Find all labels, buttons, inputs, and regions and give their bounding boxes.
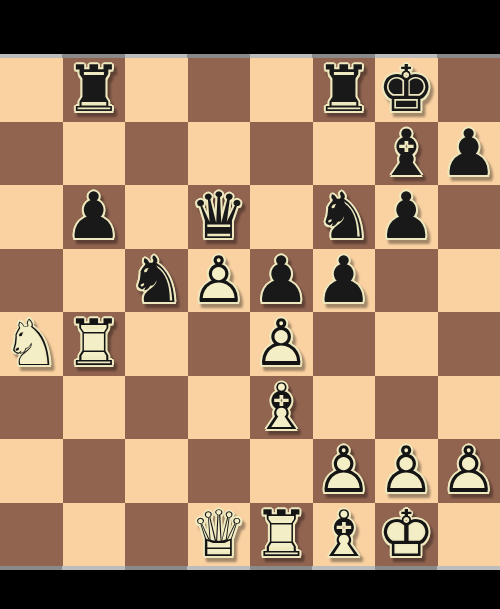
black-rook-glyph: ♜: [313, 57, 376, 121]
square-g3[interactable]: [375, 376, 438, 440]
square-h1[interactable]: [438, 503, 500, 567]
square-b7[interactable]: [63, 122, 126, 186]
white-pawn-detail-lines: ♙: [250, 311, 313, 375]
piece-white-pawn[interactable]: ♟♙: [438, 439, 500, 503]
piece-black-king[interactable]: ♚: [375, 58, 438, 122]
square-a7[interactable]: [0, 122, 63, 186]
square-a4[interactable]: ♞♘: [0, 312, 63, 376]
square-b8[interactable]: ♜: [63, 58, 126, 122]
square-f3[interactable]: [313, 376, 376, 440]
piece-white-pawn[interactable]: ♟♙: [375, 439, 438, 503]
square-f4[interactable]: [313, 312, 376, 376]
square-d6[interactable]: ♛: [188, 185, 251, 249]
square-f7[interactable]: [313, 122, 376, 186]
black-pawn-glyph: ♟: [63, 184, 126, 248]
square-g5[interactable]: [375, 249, 438, 313]
square-d1[interactable]: ♛♕: [188, 503, 251, 567]
square-e3[interactable]: ♝♗: [250, 376, 313, 440]
black-pawn-glyph: ♟: [250, 248, 313, 312]
piece-black-pawn[interactable]: ♟: [375, 185, 438, 249]
white-pawn-detail-lines: ♙: [313, 438, 376, 502]
piece-black-knight[interactable]: ♞: [125, 249, 188, 313]
square-d8[interactable]: [188, 58, 251, 122]
piece-white-rook[interactable]: ♜♖: [63, 312, 126, 376]
white-pawn-detail-lines: ♙: [438, 438, 500, 502]
black-king-glyph: ♚: [375, 57, 438, 121]
square-e4[interactable]: ♟♙: [250, 312, 313, 376]
square-f1[interactable]: ♝♗: [313, 503, 376, 567]
black-pawn-glyph: ♟: [375, 184, 438, 248]
top-letterbox: [0, 0, 500, 54]
square-c6[interactable]: [125, 185, 188, 249]
piece-black-queen[interactable]: ♛: [188, 185, 251, 249]
square-a3[interactable]: [0, 376, 63, 440]
black-knight-glyph: ♞: [313, 184, 376, 248]
square-c1[interactable]: [125, 503, 188, 567]
black-bishop-glyph: ♝: [375, 121, 438, 185]
piece-black-rook[interactable]: ♜: [63, 58, 126, 122]
black-pawn-glyph: ♟: [313, 248, 376, 312]
square-b1[interactable]: [63, 503, 126, 567]
white-bishop-detail-lines: ♗: [250, 375, 313, 439]
square-e8[interactable]: [250, 58, 313, 122]
square-g2[interactable]: ♟♙: [375, 439, 438, 503]
square-a6[interactable]: [0, 185, 63, 249]
piece-black-pawn[interactable]: ♟: [438, 122, 500, 186]
square-h6[interactable]: [438, 185, 500, 249]
square-b2[interactable]: [63, 439, 126, 503]
piece-white-bishop[interactable]: ♝♗: [250, 376, 313, 440]
piece-black-bishop[interactable]: ♝: [375, 122, 438, 186]
square-a1[interactable]: [0, 503, 63, 567]
white-knight-detail-lines: ♘: [0, 311, 63, 375]
square-f5[interactable]: ♟: [313, 249, 376, 313]
square-b5[interactable]: [63, 249, 126, 313]
piece-white-king[interactable]: ♚♔: [375, 503, 438, 567]
square-c2[interactable]: [125, 439, 188, 503]
piece-white-rook[interactable]: ♜♖: [250, 503, 313, 567]
black-pawn-glyph: ♟: [438, 121, 500, 185]
square-c4[interactable]: [125, 312, 188, 376]
square-h8[interactable]: [438, 58, 500, 122]
square-e7[interactable]: [250, 122, 313, 186]
piece-black-pawn[interactable]: ♟: [313, 249, 376, 313]
white-king-detail-lines: ♔: [375, 502, 438, 566]
square-f6[interactable]: ♞: [313, 185, 376, 249]
square-d3[interactable]: [188, 376, 251, 440]
piece-white-knight[interactable]: ♞♘: [0, 312, 63, 376]
bottom-letterbox: [0, 570, 500, 609]
square-c7[interactable]: [125, 122, 188, 186]
square-h2[interactable]: ♟♙: [438, 439, 500, 503]
piece-black-pawn[interactable]: ♟: [63, 185, 126, 249]
square-g1[interactable]: ♚♔: [375, 503, 438, 567]
white-rook-detail-lines: ♖: [63, 311, 126, 375]
square-c3[interactable]: [125, 376, 188, 440]
square-h4[interactable]: [438, 312, 500, 376]
piece-white-bishop[interactable]: ♝♗: [313, 503, 376, 567]
piece-white-pawn[interactable]: ♟♙: [188, 249, 251, 313]
square-b3[interactable]: [63, 376, 126, 440]
square-h3[interactable]: [438, 376, 500, 440]
square-f8[interactable]: ♜: [313, 58, 376, 122]
square-g4[interactable]: [375, 312, 438, 376]
square-a5[interactable]: [0, 249, 63, 313]
square-h5[interactable]: [438, 249, 500, 313]
square-d5[interactable]: ♟♙: [188, 249, 251, 313]
piece-black-pawn[interactable]: ♟: [250, 249, 313, 313]
chess-board: ♜♜♚♝♟♟♛♞♟♞♟♙♟♟♞♘♜♖♟♙♝♗♟♙♟♙♟♙♛♕♜♖♝♗♚♔: [0, 58, 500, 566]
square-h7[interactable]: ♟: [438, 122, 500, 186]
square-c8[interactable]: [125, 58, 188, 122]
square-e5[interactable]: ♟: [250, 249, 313, 313]
white-queen-detail-lines: ♕: [188, 502, 251, 566]
white-pawn-detail-lines: ♙: [188, 248, 251, 312]
square-e1[interactable]: ♜♖: [250, 503, 313, 567]
square-b4[interactable]: ♜♖: [63, 312, 126, 376]
app-window: ♜♜♚♝♟♟♛♞♟♞♟♙♟♟♞♘♜♖♟♙♝♗♟♙♟♙♟♙♛♕♜♖♝♗♚♔: [0, 0, 500, 609]
piece-white-pawn[interactable]: ♟♙: [250, 312, 313, 376]
white-bishop-detail-lines: ♗: [313, 502, 376, 566]
white-pawn-detail-lines: ♙: [375, 438, 438, 502]
black-queen-glyph: ♛: [188, 184, 251, 248]
piece-white-queen[interactable]: ♛♕: [188, 503, 251, 567]
square-e6[interactable]: [250, 185, 313, 249]
square-d7[interactable]: [188, 122, 251, 186]
square-f2[interactable]: ♟♙: [313, 439, 376, 503]
black-rook-glyph: ♜: [63, 57, 126, 121]
square-d2[interactable]: [188, 439, 251, 503]
square-e2[interactable]: [250, 439, 313, 503]
piece-black-knight[interactable]: ♞: [313, 185, 376, 249]
white-rook-detail-lines: ♖: [250, 502, 313, 566]
square-a2[interactable]: [0, 439, 63, 503]
square-d4[interactable]: [188, 312, 251, 376]
square-a8[interactable]: [0, 58, 63, 122]
piece-white-pawn[interactable]: ♟♙: [313, 439, 376, 503]
square-c5[interactable]: ♞: [125, 249, 188, 313]
square-g8[interactable]: ♚: [375, 58, 438, 122]
piece-black-rook[interactable]: ♜: [313, 58, 376, 122]
square-g6[interactable]: ♟: [375, 185, 438, 249]
black-knight-glyph: ♞: [125, 248, 188, 312]
square-g7[interactable]: ♝: [375, 122, 438, 186]
square-b6[interactable]: ♟: [63, 185, 126, 249]
